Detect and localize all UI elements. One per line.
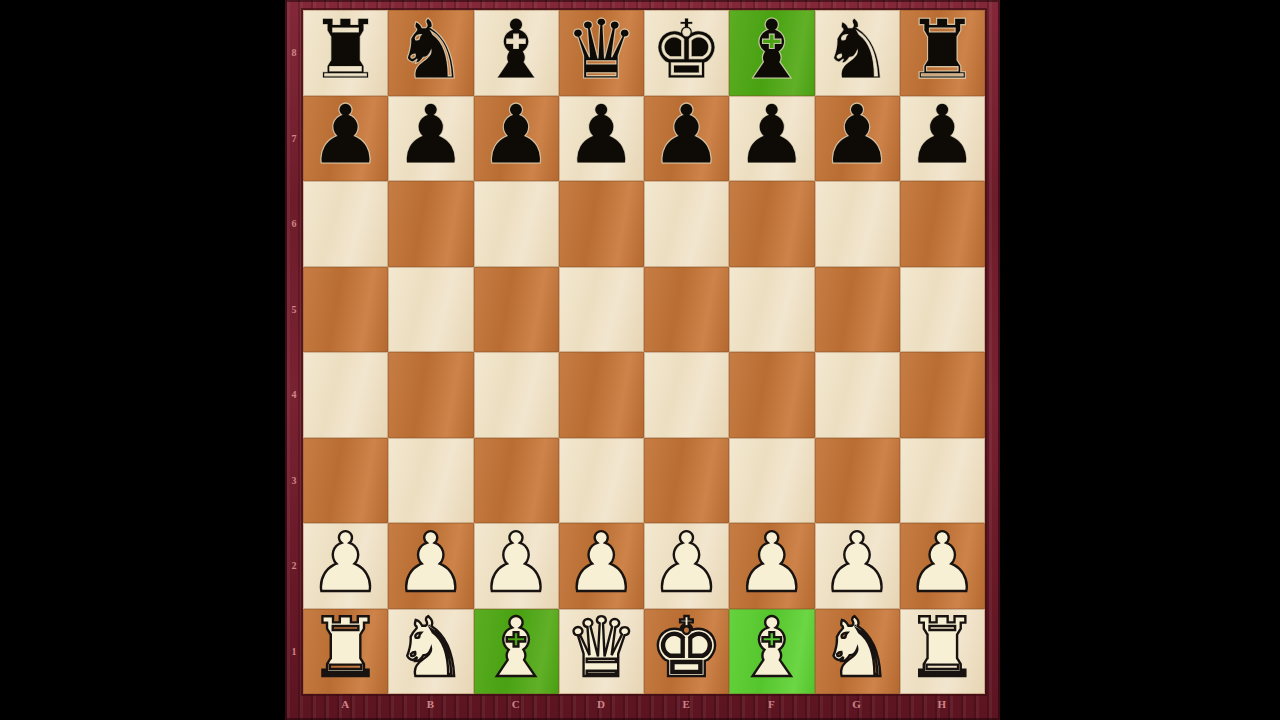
square-a7[interactable]: ♟ <box>303 96 388 182</box>
square-c7[interactable]: ♟ <box>474 96 559 182</box>
piece-black-pawn[interactable]: ♟ <box>735 94 809 176</box>
piece-black-bishop[interactable]: ♝ <box>735 9 809 91</box>
rank-label-3: 3 <box>285 438 303 524</box>
square-c4[interactable] <box>474 352 559 438</box>
piece-white-pawn[interactable]: ♟ <box>479 522 553 604</box>
chess-board-frame: 87654321 ABCDEFGH ♜♞♝♛♚♝♞♜♟♟♟♟♟♟♟♟♟♟♟♟♟♟… <box>285 0 1000 720</box>
chess-board: ♜♞♝♛♚♝♞♜♟♟♟♟♟♟♟♟♟♟♟♟♟♟♟♟♜♞♝♛♚♝♞♜ <box>303 10 985 694</box>
file-label-g: G <box>815 694 900 720</box>
square-e4[interactable] <box>644 352 729 438</box>
square-d7[interactable]: ♟ <box>559 96 644 182</box>
square-f7[interactable]: ♟ <box>729 96 814 182</box>
square-b2[interactable]: ♟ <box>388 523 473 609</box>
square-h7[interactable]: ♟ <box>900 96 985 182</box>
file-label-e: E <box>644 694 729 720</box>
square-d4[interactable] <box>559 352 644 438</box>
square-e2[interactable]: ♟ <box>644 523 729 609</box>
square-c1[interactable]: ♝ <box>474 609 559 695</box>
file-label-d: D <box>559 694 644 720</box>
piece-black-queen[interactable]: ♛ <box>565 9 639 91</box>
square-g5[interactable] <box>815 267 900 353</box>
square-d6[interactable] <box>559 181 644 267</box>
piece-white-pawn[interactable]: ♟ <box>309 522 383 604</box>
square-e1[interactable]: ♚ <box>644 609 729 695</box>
piece-white-queen[interactable]: ♛ <box>565 607 639 689</box>
piece-black-pawn[interactable]: ♟ <box>565 94 639 176</box>
square-h5[interactable] <box>900 267 985 353</box>
piece-white-pawn[interactable]: ♟ <box>565 522 639 604</box>
square-c2[interactable]: ♟ <box>474 523 559 609</box>
rank-label-2: 2 <box>285 523 303 609</box>
square-a3[interactable] <box>303 438 388 524</box>
square-c6[interactable] <box>474 181 559 267</box>
file-label-c: C <box>474 694 559 720</box>
square-a4[interactable] <box>303 352 388 438</box>
video-frame: 87654321 ABCDEFGH ♜♞♝♛♚♝♞♜♟♟♟♟♟♟♟♟♟♟♟♟♟♟… <box>0 0 1280 720</box>
piece-white-rook[interactable]: ♜ <box>309 607 383 689</box>
square-a8[interactable]: ♜ <box>303 10 388 96</box>
square-h8[interactable]: ♜ <box>900 10 985 96</box>
piece-black-bishop[interactable]: ♝ <box>479 9 553 91</box>
square-g2[interactable]: ♟ <box>815 523 900 609</box>
square-b5[interactable] <box>388 267 473 353</box>
square-b6[interactable] <box>388 181 473 267</box>
piece-white-king[interactable]: ♚ <box>650 607 724 689</box>
square-d5[interactable] <box>559 267 644 353</box>
file-labels: ABCDEFGH <box>303 694 985 720</box>
square-h4[interactable] <box>900 352 985 438</box>
file-label-h: H <box>900 694 985 720</box>
piece-black-pawn[interactable]: ♟ <box>309 94 383 176</box>
piece-black-rook[interactable]: ♜ <box>309 9 383 91</box>
square-c3[interactable] <box>474 438 559 524</box>
square-d3[interactable] <box>559 438 644 524</box>
square-h2[interactable]: ♟ <box>900 523 985 609</box>
square-e8[interactable]: ♚ <box>644 10 729 96</box>
rank-label-1: 1 <box>285 609 303 695</box>
square-h6[interactable] <box>900 181 985 267</box>
piece-black-knight[interactable]: ♞ <box>820 9 894 91</box>
file-label-b: B <box>388 694 473 720</box>
square-g6[interactable] <box>815 181 900 267</box>
square-f6[interactable] <box>729 181 814 267</box>
piece-black-rook[interactable]: ♜ <box>906 9 980 91</box>
square-d1[interactable]: ♛ <box>559 609 644 695</box>
piece-black-king[interactable]: ♚ <box>650 9 724 91</box>
square-e6[interactable] <box>644 181 729 267</box>
square-e7[interactable]: ♟ <box>644 96 729 182</box>
square-d8[interactable]: ♛ <box>559 10 644 96</box>
piece-white-knight[interactable]: ♞ <box>820 607 894 689</box>
square-g4[interactable] <box>815 352 900 438</box>
square-c5[interactable] <box>474 267 559 353</box>
rank-labels: 87654321 <box>285 10 303 694</box>
piece-black-pawn[interactable]: ♟ <box>650 94 724 176</box>
square-e5[interactable] <box>644 267 729 353</box>
square-g1[interactable]: ♞ <box>815 609 900 695</box>
file-label-a: A <box>303 694 388 720</box>
piece-white-pawn[interactable]: ♟ <box>820 522 894 604</box>
piece-black-pawn[interactable]: ♟ <box>906 94 980 176</box>
square-f3[interactable] <box>729 438 814 524</box>
square-g3[interactable] <box>815 438 900 524</box>
piece-black-pawn[interactable]: ♟ <box>394 94 468 176</box>
square-g8[interactable]: ♞ <box>815 10 900 96</box>
rank-label-5: 5 <box>285 267 303 353</box>
rank-label-4: 4 <box>285 352 303 438</box>
square-f5[interactable] <box>729 267 814 353</box>
square-b4[interactable] <box>388 352 473 438</box>
square-b7[interactable]: ♟ <box>388 96 473 182</box>
square-h3[interactable] <box>900 438 985 524</box>
square-b8[interactable]: ♞ <box>388 10 473 96</box>
piece-white-rook[interactable]: ♜ <box>906 607 980 689</box>
file-label-f: F <box>729 694 814 720</box>
square-f1[interactable]: ♝ <box>729 609 814 695</box>
square-f2[interactable]: ♟ <box>729 523 814 609</box>
square-b1[interactable]: ♞ <box>388 609 473 695</box>
piece-white-knight[interactable]: ♞ <box>394 607 468 689</box>
piece-white-pawn[interactable]: ♟ <box>394 522 468 604</box>
square-c8[interactable]: ♝ <box>474 10 559 96</box>
square-b3[interactable] <box>388 438 473 524</box>
square-f4[interactable] <box>729 352 814 438</box>
square-f8[interactable]: ♝ <box>729 10 814 96</box>
piece-black-knight[interactable]: ♞ <box>394 9 468 91</box>
piece-black-pawn[interactable]: ♟ <box>820 94 894 176</box>
piece-white-pawn[interactable]: ♟ <box>650 522 724 604</box>
rank-label-7: 7 <box>285 96 303 182</box>
square-h1[interactable]: ♜ <box>900 609 985 695</box>
square-a6[interactable] <box>303 181 388 267</box>
square-d2[interactable]: ♟ <box>559 523 644 609</box>
square-a5[interactable] <box>303 267 388 353</box>
piece-white-bishop[interactable]: ♝ <box>479 607 553 689</box>
square-a2[interactable]: ♟ <box>303 523 388 609</box>
rank-label-6: 6 <box>285 181 303 267</box>
piece-white-bishop[interactable]: ♝ <box>735 607 809 689</box>
square-g7[interactable]: ♟ <box>815 96 900 182</box>
square-a1[interactable]: ♜ <box>303 609 388 695</box>
piece-white-pawn[interactable]: ♟ <box>735 522 809 604</box>
square-e3[interactable] <box>644 438 729 524</box>
piece-black-pawn[interactable]: ♟ <box>479 94 553 176</box>
rank-label-8: 8 <box>285 10 303 96</box>
piece-white-pawn[interactable]: ♟ <box>906 522 980 604</box>
